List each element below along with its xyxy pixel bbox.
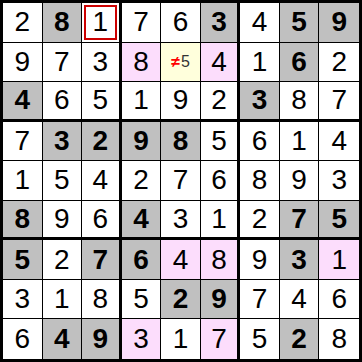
cell-r1c1[interactable]: 2 <box>3 3 43 43</box>
solved-digit: 9 <box>252 246 268 274</box>
given-digit: 4 <box>133 205 149 233</box>
cell-r4c7[interactable]: 6 <box>240 122 280 162</box>
given-digit: 3 <box>211 8 227 36</box>
cell-r5c6[interactable]: 6 <box>201 161 241 201</box>
cell-r8c9[interactable]: 6 <box>319 280 359 320</box>
given-digit: 8 <box>14 205 30 233</box>
solved-digit: 1 <box>54 285 70 313</box>
solved-digit: 3 <box>14 285 30 313</box>
solved-digit: 2 <box>252 205 268 233</box>
given-digit: 5 <box>14 246 30 274</box>
cell-r7c7[interactable]: 9 <box>240 240 280 280</box>
cell-r3c1[interactable]: 4 <box>3 82 43 122</box>
cell-r2c3[interactable]: 3 <box>82 43 122 83</box>
solved-digit: 8 <box>252 166 268 194</box>
cell-r3c6[interactable]: 2 <box>201 82 241 122</box>
solved-digit: 8 <box>133 48 149 76</box>
cell-r8c4[interactable]: 5 <box>122 280 162 320</box>
cell-r1c5[interactable]: 6 <box>161 3 201 43</box>
cell-r3c3[interactable]: 5 <box>82 82 122 122</box>
cell-r7c9[interactable]: 1 <box>319 240 359 280</box>
cell-r8c1[interactable]: 3 <box>3 280 43 320</box>
solved-digit: 7 <box>14 127 30 155</box>
cell-r4c6[interactable]: 5 <box>201 122 241 162</box>
solved-digit: 1 <box>173 325 189 353</box>
solved-digit: 1 <box>211 205 227 233</box>
solved-digit: 4 <box>173 246 189 274</box>
cell-r6c2[interactable]: 9 <box>43 201 83 241</box>
solved-digit: 7 <box>54 48 70 76</box>
given-digit: 7 <box>291 205 307 233</box>
cell-r9c8[interactable]: 2 <box>280 319 320 359</box>
cell-r5c1[interactable]: 1 <box>3 161 43 201</box>
cell-r9c1[interactable]: 6 <box>3 319 43 359</box>
cell-r2c6[interactable]: 4 <box>201 43 241 83</box>
cell-r3c9[interactable]: 7 <box>319 82 359 122</box>
solved-digit: 3 <box>173 205 189 233</box>
cell-r4c5[interactable]: 8 <box>161 122 201 162</box>
given-digit: 8 <box>54 8 70 36</box>
cell-r9c6[interactable]: 7 <box>201 319 241 359</box>
cell-r3c2[interactable]: 6 <box>43 82 83 122</box>
cell-r6c3[interactable]: 6 <box>82 201 122 241</box>
cell-r7c5[interactable]: 4 <box>161 240 201 280</box>
cell-r8c2[interactable]: 1 <box>43 280 83 320</box>
solved-digit: 2 <box>133 166 149 194</box>
cell-r3c7[interactable]: 3 <box>240 82 280 122</box>
solved-digit: 7 <box>173 166 189 194</box>
cell-r6c9[interactable]: 5 <box>319 201 359 241</box>
solved-digit: 7 <box>331 86 347 114</box>
given-digit: 2 <box>93 127 109 155</box>
given-digit: 9 <box>93 325 109 353</box>
given-digit: 3 <box>291 246 307 274</box>
solved-digit: 5 <box>133 285 149 313</box>
cell-r5c4[interactable]: 2 <box>122 161 162 201</box>
given-digit: 9 <box>331 8 347 36</box>
cell-r4c1[interactable]: 7 <box>3 122 43 162</box>
solved-digit: 2 <box>331 48 347 76</box>
solved-digit: 3 <box>93 48 109 76</box>
cell-r7c2[interactable]: 2 <box>43 240 83 280</box>
solved-digit: 6 <box>54 86 70 114</box>
cell-r1c8[interactable]: 5 <box>280 3 320 43</box>
solved-digit: 3 <box>133 325 149 353</box>
given-digit: 4 <box>14 86 30 114</box>
cell-r6c6[interactable]: 1 <box>201 201 241 241</box>
cell-r2c7[interactable]: 1 <box>240 43 280 83</box>
given-digit: 6 <box>291 48 307 76</box>
cell-r6c1[interactable]: 8 <box>3 201 43 241</box>
cell-r1c6[interactable]: 3 <box>201 3 241 43</box>
solved-digit: 7 <box>133 8 149 36</box>
given-digit: 2 <box>173 285 189 313</box>
solved-digit: 2 <box>211 86 227 114</box>
solved-digit: 8 <box>93 285 109 313</box>
cell-r1c3[interactable]: 1 <box>82 3 122 43</box>
solved-digit: 4 <box>93 166 109 194</box>
solved-digit: 5 <box>93 86 109 114</box>
cell-r8c3[interactable]: 8 <box>82 280 122 320</box>
cell-r3c4[interactable]: 1 <box>122 82 162 122</box>
cell-r2c1[interactable]: 9 <box>3 43 43 83</box>
cell-r5c9[interactable]: 3 <box>319 161 359 201</box>
cell-r4c9[interactable]: 4 <box>319 122 359 162</box>
cell-r2c9[interactable]: 2 <box>319 43 359 83</box>
cell-r6c7[interactable]: 2 <box>240 201 280 241</box>
candidate-digit: 5 <box>181 54 190 70</box>
solved-digit: 2 <box>54 246 70 274</box>
cell-r7c4[interactable]: 6 <box>122 240 162 280</box>
given-digit: 3 <box>252 86 268 114</box>
solved-digit: 6 <box>173 8 189 36</box>
cell-r7c6[interactable]: 8 <box>201 240 241 280</box>
cell-r8c8[interactable]: 4 <box>280 280 320 320</box>
solved-digit: 9 <box>173 86 189 114</box>
solved-digit: 4 <box>291 285 307 313</box>
cell-r2c2[interactable]: 7 <box>43 43 83 83</box>
cell-r8c7[interactable]: 7 <box>240 280 280 320</box>
cell-r5c2[interactable]: 5 <box>43 161 83 201</box>
not-equal-mark-icon: ≠ <box>171 54 180 70</box>
cell-r4c8[interactable]: 1 <box>280 122 320 162</box>
given-digit: 5 <box>291 8 307 36</box>
cell-r3c8[interactable]: 8 <box>280 82 320 122</box>
given-digit: 6 <box>133 246 149 274</box>
cell-r1c9[interactable]: 9 <box>319 3 359 43</box>
solved-digit: 7 <box>211 325 227 353</box>
given-digit: 2 <box>291 325 307 353</box>
given-digit: 9 <box>211 285 227 313</box>
solved-digit: 5 <box>54 166 70 194</box>
given-digit: 8 <box>173 127 189 155</box>
solved-digit: 2 <box>14 8 30 36</box>
solved-digit: 6 <box>14 325 30 353</box>
given-digit: 9 <box>133 127 149 155</box>
cell-r8c6[interactable]: 9 <box>201 280 241 320</box>
cell-r1c7[interactable]: 4 <box>240 3 280 43</box>
cell-r2c4[interactable]: 8 <box>122 43 162 83</box>
solved-digit: 5 <box>252 325 268 353</box>
cell-r8c5[interactable]: 2 <box>161 280 201 320</box>
solved-digit: 1 <box>291 127 307 155</box>
cell-r7c8[interactable]: 3 <box>280 240 320 280</box>
cell-r2c8[interactable]: 6 <box>280 43 320 83</box>
solved-digit: 1 <box>14 166 30 194</box>
solved-digit: 4 <box>211 48 227 76</box>
solved-digit: 8 <box>291 86 307 114</box>
sudoku-board: 2817634599738≠54162465192387732985614154… <box>0 0 362 362</box>
cell-r5c3[interactable]: 4 <box>82 161 122 201</box>
cell-r6c5[interactable]: 3 <box>161 201 201 241</box>
cell-r9c3[interactable]: 9 <box>82 319 122 359</box>
cell-r6c4[interactable]: 4 <box>122 201 162 241</box>
cell-r9c9[interactable]: 8 <box>319 319 359 359</box>
cell-r9c4[interactable]: 3 <box>122 319 162 359</box>
given-digit: 3 <box>54 127 70 155</box>
solved-digit: 6 <box>211 166 227 194</box>
cell-r9c7[interactable]: 5 <box>240 319 280 359</box>
solved-digit: 4 <box>252 8 268 36</box>
solved-digit: 1 <box>93 8 109 36</box>
given-digit: 5 <box>331 205 347 233</box>
solved-digit: 1 <box>133 86 149 114</box>
solved-digit: 8 <box>331 325 347 353</box>
cell-r3c5[interactable]: 9 <box>161 82 201 122</box>
solved-digit: 1 <box>252 48 268 76</box>
solved-digit: 6 <box>93 205 109 233</box>
solved-digit: 9 <box>291 166 307 194</box>
cell-r7c1[interactable]: 5 <box>3 240 43 280</box>
solved-digit: 8 <box>211 246 227 274</box>
given-digit: 7 <box>93 246 109 274</box>
cell-r9c5[interactable]: 1 <box>161 319 201 359</box>
solved-digit: 4 <box>331 127 347 155</box>
solved-digit: 3 <box>331 166 347 194</box>
cell-r5c5[interactable]: 7 <box>161 161 201 201</box>
cell-r5c7[interactable]: 8 <box>240 161 280 201</box>
solved-digit: 6 <box>331 285 347 313</box>
given-digit: 4 <box>54 325 70 353</box>
cell-r5c8[interactable]: 9 <box>280 161 320 201</box>
solved-digit: 1 <box>331 246 347 274</box>
cell-r9c2[interactable]: 4 <box>43 319 83 359</box>
solved-digit: 5 <box>211 127 227 155</box>
cell-r7c3[interactable]: 7 <box>82 240 122 280</box>
cell-r6c8[interactable]: 7 <box>280 201 320 241</box>
solved-digit: 9 <box>14 48 30 76</box>
cell-r2c5[interactable]: ≠5 <box>161 43 201 83</box>
cell-r4c3[interactable]: 2 <box>82 122 122 162</box>
cell-r1c4[interactable]: 7 <box>122 3 162 43</box>
cell-r4c4[interactable]: 9 <box>122 122 162 162</box>
solved-digit: 7 <box>252 285 268 313</box>
solved-digit: 9 <box>54 205 70 233</box>
cell-r1c2[interactable]: 8 <box>43 3 83 43</box>
solved-digit: 6 <box>252 127 268 155</box>
cell-r4c2[interactable]: 3 <box>43 122 83 162</box>
